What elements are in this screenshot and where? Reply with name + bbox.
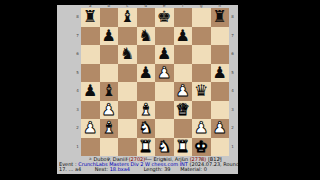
material-label: Material: (180, 167, 202, 172)
square-a5 (81, 64, 100, 83)
square-c2 (118, 119, 137, 138)
square-e1: ♞ (155, 138, 174, 157)
square-d5: ♟ (137, 64, 156, 83)
square-h8: ♜ (211, 8, 230, 27)
square-d7: ♞ (137, 27, 156, 46)
square-e5: ♟ (155, 64, 174, 83)
square-b4: ♝ (100, 82, 119, 101)
white-pawn-piece: ♟ (194, 120, 208, 136)
square-d6 (137, 45, 156, 64)
square-h7 (211, 27, 230, 46)
square-g1: ♚ (192, 138, 211, 157)
square-f7: ♟ (174, 27, 193, 46)
square-g8 (192, 8, 211, 27)
square-h4 (211, 82, 230, 101)
rank-label-right-6: 6 (230, 45, 235, 64)
square-e7 (155, 27, 174, 46)
square-e2 (155, 119, 174, 138)
white-rook-piece: ♜ (176, 138, 190, 154)
rank-label-left-2: 2 (75, 119, 80, 138)
white-pawn-piece: ♟ (176, 83, 190, 99)
square-c1 (118, 138, 137, 157)
square-b3: ♟ (100, 101, 119, 120)
square-b7: ♟ (100, 27, 119, 46)
square-e8: ♚ (155, 8, 174, 27)
white-king-piece: ♚ (194, 138, 208, 154)
black-knight-piece: ♞ (120, 46, 134, 62)
square-h6 (211, 45, 230, 64)
square-a2: ♟ (81, 119, 100, 138)
square-a3 (81, 101, 100, 120)
square-a8: ♜ (81, 8, 100, 27)
square-f3: ♛ (174, 101, 193, 120)
black-bishop-piece: ♝ (102, 83, 116, 99)
square-b6 (100, 45, 119, 64)
black-pawn-piece: ♟ (176, 27, 190, 43)
moves-line: 17. ... a4 Next: 18.bxa4 Length: 39 Mate… (59, 167, 238, 172)
white-queen-piece: ♛ (176, 101, 190, 117)
square-c4 (118, 82, 137, 101)
black-pawn-piece: ♟ (157, 46, 171, 62)
square-d1: ♜ (137, 138, 156, 157)
square-d8 (137, 8, 156, 27)
black-pawn-piece: ♟ (102, 27, 116, 43)
white-knight-piece: ♞ (139, 120, 153, 136)
white-knight-piece: ♞ (157, 138, 171, 154)
square-a7 (81, 27, 100, 46)
square-h3 (211, 101, 230, 120)
last-move: 17. ... a4 (59, 167, 81, 172)
square-a4: ♟ (81, 82, 100, 101)
white-rook-piece: ♜ (139, 138, 153, 154)
square-b1 (100, 138, 119, 157)
black-rook-piece: ♜ (83, 9, 97, 25)
black-pawn-piece: ♟ (139, 64, 153, 80)
white-bishop-piece: ♝ (102, 120, 116, 136)
square-b5 (100, 64, 119, 83)
square-f1: ♜ (174, 138, 193, 157)
square-f8 (174, 8, 193, 27)
square-a6 (81, 45, 100, 64)
square-g5 (192, 64, 211, 83)
square-c3 (118, 101, 137, 120)
rank-label-right-8: 8 (230, 8, 235, 27)
square-g3 (192, 101, 211, 120)
next-move[interactable]: 18.bxa4 (110, 167, 130, 172)
next-label: Next: (95, 167, 108, 172)
square-c5 (118, 64, 137, 83)
square-f2 (174, 119, 193, 138)
square-g6 (192, 45, 211, 64)
square-f5 (174, 64, 193, 83)
white-pawn-piece: ♟ (102, 101, 116, 117)
square-b2: ♝ (100, 119, 119, 138)
black-king-piece: ♚ (157, 9, 171, 25)
rank-label-left-7: 7 (75, 27, 80, 46)
square-d4 (137, 82, 156, 101)
square-g2: ♟ (192, 119, 211, 138)
black-pawn-piece: ♟ (83, 83, 97, 99)
rank-label-left-8: 8 (75, 8, 80, 27)
rank-label-right-7: 7 (230, 27, 235, 46)
square-c6: ♞ (118, 45, 137, 64)
rank-label-right-1: 1 (230, 138, 235, 157)
white-pawn-piece: ♟ (157, 64, 171, 80)
black-knight-piece: ♞ (139, 27, 153, 43)
square-h2: ♟ (211, 119, 230, 138)
white-pawn-piece: ♟ (83, 120, 97, 136)
square-c8: ♝ (118, 8, 137, 27)
square-h5: ♟ (211, 64, 230, 83)
black-rook-piece: ♜ (213, 9, 227, 25)
square-a1 (81, 138, 100, 157)
rank-labels-right: 87654321 (230, 8, 235, 156)
rank-label-left-1: 1 (75, 138, 80, 157)
square-h1 (211, 138, 230, 157)
rank-label-left-5: 5 (75, 64, 80, 83)
square-f6 (174, 45, 193, 64)
square-d2: ♞ (137, 119, 156, 138)
white-pawn-piece: ♟ (213, 120, 227, 136)
rank-label-right-3: 3 (230, 101, 235, 120)
rank-label-left-4: 4 (75, 82, 80, 101)
chess-diagram-panel: abcdefgh abcdefgh 87654321 87654321 ♜♝♚♜… (57, 5, 238, 174)
square-e4 (155, 82, 174, 101)
rank-label-right-2: 2 (230, 119, 235, 138)
rank-label-left-3: 3 (75, 101, 80, 120)
rank-label-left-6: 6 (75, 45, 80, 64)
square-g7 (192, 27, 211, 46)
black-queen-piece: ♛ (194, 83, 208, 99)
material-value: 0 (204, 167, 207, 172)
square-g4: ♛ (192, 82, 211, 101)
square-e6: ♟ (155, 45, 174, 64)
square-c7 (118, 27, 137, 46)
chess-board: ♜♝♚♜♟♞♟♞♟♟♟♟♟♝♟♛♟♝♛♟♝♞♟♟♜♞♜♚ (81, 8, 229, 156)
black-bishop-piece: ♝ (120, 9, 134, 25)
rank-label-right-4: 4 (230, 82, 235, 101)
square-b8 (100, 8, 119, 27)
square-e3 (155, 101, 174, 120)
rank-labels-left: 87654321 (75, 8, 80, 156)
square-f4: ♟ (174, 82, 193, 101)
black-pawn-piece: ♟ (213, 64, 227, 80)
square-d3: ♝ (137, 101, 156, 120)
length-label: Length: (144, 167, 163, 172)
white-bishop-piece: ♝ (139, 101, 153, 117)
rank-label-right-5: 5 (230, 64, 235, 83)
length-value: 39 (164, 167, 170, 172)
